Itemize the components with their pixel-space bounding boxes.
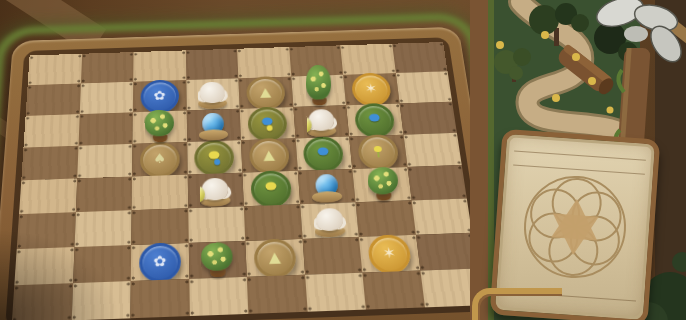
token-dot: [262, 117, 273, 125]
square-d5[interactable]: [187, 173, 244, 209]
piece-bush[interactable]: [201, 242, 234, 278]
square-h2[interactable]: [395, 71, 452, 103]
piece-token-olive-blue[interactable]: [247, 106, 288, 141]
piece-fluffy-ball[interactable]: [307, 109, 337, 137]
fluffy-critter: [316, 208, 343, 231]
square-f5[interactable]: [297, 169, 355, 204]
token-arrow-icon: ▲: [260, 86, 272, 99]
piece-base-disc: [312, 191, 343, 203]
piece-token-green-blue[interactable]: [303, 135, 345, 171]
fluffy-critter: [202, 178, 229, 201]
square-d7[interactable]: [188, 241, 246, 279]
square-c4[interactable]: ♠: [132, 142, 187, 176]
square-b2[interactable]: [79, 82, 133, 114]
square-g7[interactable]: ✶: [359, 235, 420, 273]
tree-blob: [571, 14, 589, 32]
square-f2[interactable]: [291, 75, 346, 107]
piece-token-arrow[interactable]: ▲: [248, 137, 289, 173]
square-d2[interactable]: [186, 78, 240, 110]
piece-fluffy-ball[interactable]: [200, 178, 231, 207]
corner-shadow: [0, 230, 120, 320]
square-c3[interactable]: [132, 111, 186, 144]
piece-fluffy[interactable]: [314, 208, 346, 238]
square-f8[interactable]: [305, 273, 366, 312]
piece-token-blue[interactable]: ✿: [140, 79, 179, 113]
bush-foliage: [367, 167, 398, 195]
token-dot-small: [267, 125, 273, 131]
piece-sphere-blue[interactable]: [198, 112, 228, 140]
square-f7[interactable]: [302, 237, 362, 275]
sprout-icon: [371, 145, 384, 158]
piece-tree[interactable]: [306, 65, 332, 106]
fluffy-critter: [308, 109, 334, 131]
square-f3[interactable]: [293, 105, 349, 138]
square-e2[interactable]: ▲: [238, 77, 293, 109]
fluffy-critter: [200, 81, 226, 103]
square-g6[interactable]: [355, 200, 415, 237]
bush-blob: [509, 66, 523, 80]
token-gold-icon: ✶: [364, 83, 377, 96]
square-d4[interactable]: [187, 140, 243, 174]
piece-token-leaf[interactable]: ♠: [140, 141, 180, 178]
square-a3[interactable]: [24, 114, 80, 147]
rosette-emblem: [511, 163, 639, 291]
square-c5[interactable]: [132, 175, 188, 211]
token-blue-icon: ✿: [153, 254, 166, 269]
token-arrow-icon: ▲: [263, 149, 275, 163]
square-a2[interactable]: [26, 83, 81, 115]
square-e6[interactable]: [244, 204, 302, 241]
token-blue-icon: ✿: [154, 90, 166, 103]
piece-token-green-blue[interactable]: [353, 102, 395, 137]
square-g4[interactable]: [349, 135, 407, 169]
square-c2[interactable]: ✿: [133, 80, 186, 112]
square-c6[interactable]: [131, 208, 188, 245]
tree-trunk: [554, 28, 559, 46]
square-d3[interactable]: [186, 109, 241, 142]
tree-foliage: [306, 65, 332, 100]
square-g1[interactable]: [340, 44, 395, 75]
piece-fluffy[interactable]: [198, 81, 228, 109]
piece-token-arrow[interactable]: ▲: [253, 238, 296, 278]
square-g8[interactable]: [362, 271, 424, 310]
piece-sphere-blue[interactable]: [311, 174, 342, 203]
square-h4[interactable]: [403, 133, 462, 167]
square-g5[interactable]: [352, 167, 411, 202]
tree-blob: [529, 5, 559, 35]
square-b4[interactable]: [77, 144, 133, 179]
square-h6[interactable]: [411, 198, 472, 234]
square-f6[interactable]: [300, 202, 359, 239]
square-e4[interactable]: ▲: [241, 138, 297, 172]
square-c1[interactable]: [133, 50, 186, 81]
square-a5[interactable]: [19, 178, 77, 214]
square-a1[interactable]: [28, 54, 82, 85]
piece-token-blue[interactable]: ✿: [139, 242, 181, 282]
square-h1[interactable]: [392, 42, 448, 73]
square-d1[interactable]: [185, 49, 238, 80]
piece-token-gold[interactable]: ✶: [367, 234, 412, 274]
piece-token-arrow[interactable]: ▲: [246, 76, 286, 110]
square-e8[interactable]: [247, 275, 307, 314]
piece-token-sprout[interactable]: [357, 134, 400, 170]
square-c7[interactable]: ✿: [131, 243, 189, 281]
piece-base-disc: [199, 129, 229, 141]
piece-bush[interactable]: [367, 167, 398, 201]
square-h7[interactable]: [415, 233, 477, 271]
right-diorama: [470, 0, 686, 320]
game-scene: ✿▲✶♠▲✿▲✶: [0, 0, 686, 320]
token-leaf-icon: ♠: [153, 152, 166, 166]
square-g3[interactable]: [346, 103, 403, 136]
token-dot: [318, 147, 329, 155]
lower-tray-corner: [472, 288, 562, 320]
token-dot: [368, 114, 379, 122]
square-a4[interactable]: [21, 146, 78, 181]
square-f4[interactable]: [295, 137, 352, 171]
token-dot: [265, 182, 276, 191]
square-e1[interactable]: [237, 47, 291, 78]
square-d8[interactable]: [189, 277, 249, 316]
card-plank-line: [514, 151, 646, 161]
bush-blob: [513, 48, 531, 66]
token-arrow-icon: ▲: [268, 250, 281, 265]
square-h5[interactable]: [407, 165, 467, 200]
token-dot: [209, 151, 220, 159]
piece-bush[interactable]: [144, 109, 174, 142]
piece-token-olive-yellow[interactable]: [194, 139, 234, 176]
square-d6[interactable]: [188, 206, 245, 243]
bush-foliage: [144, 109, 174, 136]
square-e7[interactable]: ▲: [245, 239, 304, 277]
token-dot-small: [214, 159, 220, 165]
square-c8[interactable]: [130, 279, 189, 318]
square-b1[interactable]: [80, 52, 133, 83]
square-b5[interactable]: [75, 176, 132, 212]
bush-foliage: [201, 242, 233, 271]
